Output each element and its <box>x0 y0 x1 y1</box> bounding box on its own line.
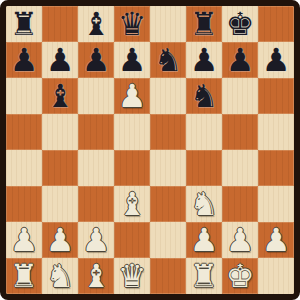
square-e1[interactable] <box>150 258 186 294</box>
square-f2[interactable]: ♟ <box>186 222 222 258</box>
square-e6[interactable] <box>150 78 186 114</box>
square-a4[interactable] <box>6 150 42 186</box>
square-a6[interactable] <box>6 78 42 114</box>
square-d7[interactable]: ♟ <box>114 42 150 78</box>
square-b8[interactable] <box>42 6 78 42</box>
square-d5[interactable] <box>114 114 150 150</box>
square-d8[interactable]: ♛ <box>114 6 150 42</box>
black-knight[interactable]: ♞ <box>190 78 219 114</box>
chess-board-frame: ♜♝♛♜♚♟♟♟♟♞♟♟♟♝♟♞♝♞♟♟♟♟♟♟♜♞♝♛♜♚ <box>0 0 300 300</box>
square-e5[interactable] <box>150 114 186 150</box>
black-pawn[interactable]: ♟ <box>118 42 147 78</box>
square-f7[interactable]: ♟ <box>186 42 222 78</box>
square-f5[interactable] <box>186 114 222 150</box>
black-pawn[interactable]: ♟ <box>190 42 219 78</box>
square-c1[interactable]: ♝ <box>78 258 114 294</box>
white-knight[interactable]: ♞ <box>190 186 219 222</box>
white-king[interactable]: ♚ <box>226 258 255 294</box>
square-h8[interactable] <box>258 6 294 42</box>
black-pawn[interactable]: ♟ <box>262 42 291 78</box>
square-a7[interactable]: ♟ <box>6 42 42 78</box>
white-rook[interactable]: ♜ <box>190 258 219 294</box>
square-a8[interactable]: ♜ <box>6 6 42 42</box>
square-f3[interactable]: ♞ <box>186 186 222 222</box>
square-e3[interactable] <box>150 186 186 222</box>
square-c3[interactable] <box>78 186 114 222</box>
square-h5[interactable] <box>258 114 294 150</box>
white-rook[interactable]: ♜ <box>10 258 39 294</box>
black-bishop[interactable]: ♝ <box>82 6 111 42</box>
white-bishop[interactable]: ♝ <box>82 258 111 294</box>
white-pawn[interactable]: ♟ <box>82 222 111 258</box>
black-queen[interactable]: ♛ <box>118 6 147 42</box>
square-b3[interactable] <box>42 186 78 222</box>
black-rook[interactable]: ♜ <box>190 6 219 42</box>
square-a5[interactable] <box>6 114 42 150</box>
square-f1[interactable]: ♜ <box>186 258 222 294</box>
square-e4[interactable] <box>150 150 186 186</box>
black-pawn[interactable]: ♟ <box>82 42 111 78</box>
square-h1[interactable] <box>258 258 294 294</box>
white-bishop[interactable]: ♝ <box>118 186 147 222</box>
square-g3[interactable] <box>222 186 258 222</box>
square-g4[interactable] <box>222 150 258 186</box>
chess-board: ♜♝♛♜♚♟♟♟♟♞♟♟♟♝♟♞♝♞♟♟♟♟♟♟♜♞♝♛♜♚ <box>6 6 294 294</box>
square-b1[interactable]: ♞ <box>42 258 78 294</box>
black-king[interactable]: ♚ <box>226 6 255 42</box>
square-e7[interactable]: ♞ <box>150 42 186 78</box>
square-c8[interactable]: ♝ <box>78 6 114 42</box>
square-h6[interactable] <box>258 78 294 114</box>
square-c2[interactable]: ♟ <box>78 222 114 258</box>
white-pawn[interactable]: ♟ <box>262 222 291 258</box>
square-g2[interactable]: ♟ <box>222 222 258 258</box>
white-pawn[interactable]: ♟ <box>226 222 255 258</box>
black-pawn[interactable]: ♟ <box>46 42 75 78</box>
white-pawn[interactable]: ♟ <box>46 222 75 258</box>
black-knight[interactable]: ♞ <box>154 42 183 78</box>
white-pawn[interactable]: ♟ <box>118 78 147 114</box>
square-d3[interactable]: ♝ <box>114 186 150 222</box>
square-f8[interactable]: ♜ <box>186 6 222 42</box>
square-g7[interactable]: ♟ <box>222 42 258 78</box>
square-g6[interactable] <box>222 78 258 114</box>
square-d4[interactable] <box>114 150 150 186</box>
square-c4[interactable] <box>78 150 114 186</box>
white-knight[interactable]: ♞ <box>46 258 75 294</box>
square-b6[interactable]: ♝ <box>42 78 78 114</box>
square-g8[interactable]: ♚ <box>222 6 258 42</box>
square-d6[interactable]: ♟ <box>114 78 150 114</box>
square-a2[interactable]: ♟ <box>6 222 42 258</box>
square-h3[interactable] <box>258 186 294 222</box>
white-pawn[interactable]: ♟ <box>10 222 39 258</box>
square-h7[interactable]: ♟ <box>258 42 294 78</box>
square-c6[interactable] <box>78 78 114 114</box>
square-e8[interactable] <box>150 6 186 42</box>
square-a1[interactable]: ♜ <box>6 258 42 294</box>
square-f4[interactable] <box>186 150 222 186</box>
square-h4[interactable] <box>258 150 294 186</box>
square-g1[interactable]: ♚ <box>222 258 258 294</box>
black-rook[interactable]: ♜ <box>10 6 39 42</box>
square-f6[interactable]: ♞ <box>186 78 222 114</box>
square-b2[interactable]: ♟ <box>42 222 78 258</box>
square-c7[interactable]: ♟ <box>78 42 114 78</box>
square-b4[interactable] <box>42 150 78 186</box>
white-queen[interactable]: ♛ <box>118 258 147 294</box>
black-pawn[interactable]: ♟ <box>226 42 255 78</box>
square-c5[interactable] <box>78 114 114 150</box>
white-pawn[interactable]: ♟ <box>190 222 219 258</box>
black-bishop[interactable]: ♝ <box>46 78 75 114</box>
square-d1[interactable]: ♛ <box>114 258 150 294</box>
square-a3[interactable] <box>6 186 42 222</box>
square-d2[interactable] <box>114 222 150 258</box>
square-b5[interactable] <box>42 114 78 150</box>
square-h2[interactable]: ♟ <box>258 222 294 258</box>
black-pawn[interactable]: ♟ <box>10 42 39 78</box>
square-e2[interactable] <box>150 222 186 258</box>
square-g5[interactable] <box>222 114 258 150</box>
square-b7[interactable]: ♟ <box>42 42 78 78</box>
